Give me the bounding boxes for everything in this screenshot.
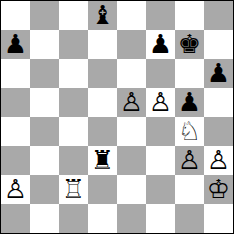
square-e4[interactable] bbox=[117, 117, 146, 146]
square-b3[interactable] bbox=[30, 146, 59, 175]
square-g1[interactable] bbox=[175, 204, 204, 233]
square-h8[interactable] bbox=[204, 1, 233, 30]
square-d5[interactable] bbox=[88, 88, 117, 117]
square-d6[interactable] bbox=[88, 59, 117, 88]
piece-white-pawn: ♙ bbox=[120, 89, 143, 115]
square-g4[interactable]: ♘ bbox=[175, 117, 204, 146]
piece-black-pawn: ♟ bbox=[4, 31, 27, 57]
square-b1[interactable] bbox=[30, 204, 59, 233]
piece-black-king: ♚ bbox=[178, 31, 201, 57]
square-f7[interactable]: ♟ bbox=[146, 30, 175, 59]
square-d8[interactable]: ♝ bbox=[88, 1, 117, 30]
square-f3[interactable] bbox=[146, 146, 175, 175]
square-c8[interactable] bbox=[59, 1, 88, 30]
square-g7[interactable]: ♚ bbox=[175, 30, 204, 59]
square-h7[interactable] bbox=[204, 30, 233, 59]
piece-black-pawn: ♟ bbox=[178, 89, 201, 115]
square-g2[interactable] bbox=[175, 175, 204, 204]
square-c6[interactable] bbox=[59, 59, 88, 88]
square-f1[interactable] bbox=[146, 204, 175, 233]
square-c3[interactable] bbox=[59, 146, 88, 175]
square-f6[interactable] bbox=[146, 59, 175, 88]
square-h1[interactable] bbox=[204, 204, 233, 233]
square-a8[interactable] bbox=[1, 1, 30, 30]
square-a5[interactable] bbox=[1, 88, 30, 117]
piece-white-pawn: ♙ bbox=[149, 89, 172, 115]
square-c5[interactable] bbox=[59, 88, 88, 117]
square-g6[interactable] bbox=[175, 59, 204, 88]
piece-black-rook: ♜ bbox=[91, 147, 114, 173]
square-a6[interactable] bbox=[1, 59, 30, 88]
piece-black-bishop: ♝ bbox=[91, 2, 114, 28]
square-d4[interactable] bbox=[88, 117, 117, 146]
piece-white-rook: ♖ bbox=[62, 176, 85, 202]
piece-white-king: ♔ bbox=[207, 176, 230, 202]
square-e6[interactable] bbox=[117, 59, 146, 88]
square-c4[interactable] bbox=[59, 117, 88, 146]
square-g8[interactable] bbox=[175, 1, 204, 30]
square-a3[interactable] bbox=[1, 146, 30, 175]
square-e7[interactable] bbox=[117, 30, 146, 59]
square-b5[interactable] bbox=[30, 88, 59, 117]
square-e8[interactable] bbox=[117, 1, 146, 30]
square-f4[interactable] bbox=[146, 117, 175, 146]
square-f5[interactable]: ♙ bbox=[146, 88, 175, 117]
square-b7[interactable] bbox=[30, 30, 59, 59]
square-e2[interactable] bbox=[117, 175, 146, 204]
square-a1[interactable] bbox=[1, 204, 30, 233]
square-h3[interactable]: ♙ bbox=[204, 146, 233, 175]
piece-white-knight: ♘ bbox=[178, 118, 201, 144]
square-d2[interactable] bbox=[88, 175, 117, 204]
square-c2[interactable]: ♖ bbox=[59, 175, 88, 204]
square-h6[interactable]: ♟ bbox=[204, 59, 233, 88]
piece-white-pawn: ♙ bbox=[207, 147, 230, 173]
piece-black-pawn: ♟ bbox=[207, 60, 230, 86]
square-a4[interactable] bbox=[1, 117, 30, 146]
square-e1[interactable] bbox=[117, 204, 146, 233]
chess-board: ♝♟♟♚♟♙♙♟♘♜♙♙♙♖♔ bbox=[0, 0, 234, 234]
square-f8[interactable] bbox=[146, 1, 175, 30]
square-b6[interactable] bbox=[30, 59, 59, 88]
square-f2[interactable] bbox=[146, 175, 175, 204]
square-h2[interactable]: ♔ bbox=[204, 175, 233, 204]
square-d3[interactable]: ♜ bbox=[88, 146, 117, 175]
square-e3[interactable] bbox=[117, 146, 146, 175]
piece-white-pawn: ♙ bbox=[178, 147, 201, 173]
square-d1[interactable] bbox=[88, 204, 117, 233]
square-a2[interactable]: ♙ bbox=[1, 175, 30, 204]
square-h4[interactable] bbox=[204, 117, 233, 146]
square-b8[interactable] bbox=[30, 1, 59, 30]
square-c7[interactable] bbox=[59, 30, 88, 59]
square-b4[interactable] bbox=[30, 117, 59, 146]
piece-black-pawn: ♟ bbox=[149, 31, 172, 57]
square-d7[interactable] bbox=[88, 30, 117, 59]
square-e5[interactable]: ♙ bbox=[117, 88, 146, 117]
piece-white-pawn: ♙ bbox=[4, 176, 27, 202]
square-a7[interactable]: ♟ bbox=[1, 30, 30, 59]
square-h5[interactable] bbox=[204, 88, 233, 117]
square-g5[interactable]: ♟ bbox=[175, 88, 204, 117]
square-b2[interactable] bbox=[30, 175, 59, 204]
square-g3[interactable]: ♙ bbox=[175, 146, 204, 175]
square-c1[interactable] bbox=[59, 204, 88, 233]
